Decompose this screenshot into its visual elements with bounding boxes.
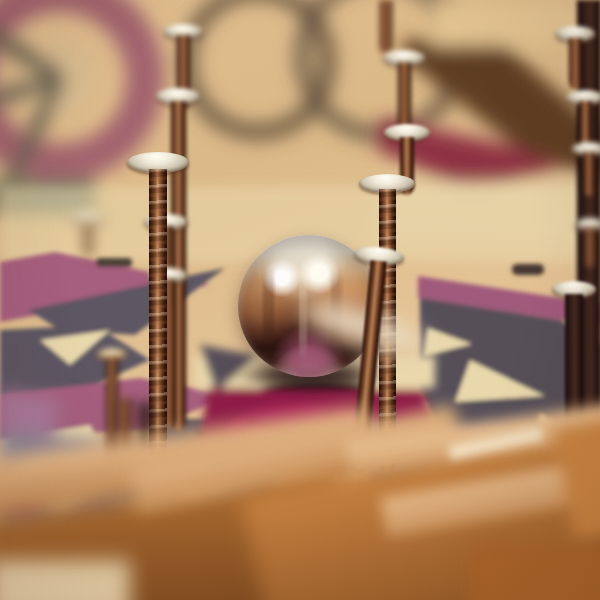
pin-shaft xyxy=(584,227,596,267)
pin-shaft xyxy=(569,38,582,90)
pin-shaft xyxy=(82,222,94,258)
bagatelle-board-photo xyxy=(0,0,600,600)
pin-shaft xyxy=(149,169,167,469)
wooden-corner-fill xyxy=(470,545,600,600)
pin-shaft xyxy=(380,0,392,55)
wooden-strip-cream xyxy=(0,560,130,600)
pin-shaft xyxy=(583,152,595,196)
artwork-topleft-wheel xyxy=(0,0,145,214)
